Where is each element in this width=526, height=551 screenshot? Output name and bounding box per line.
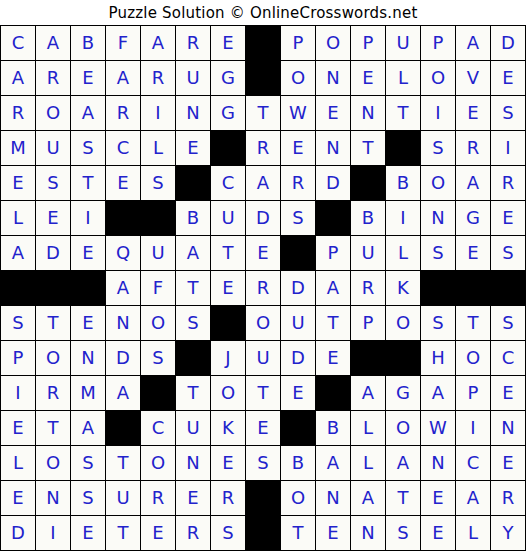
letter-cell: E bbox=[351, 61, 385, 95]
letter-cell: R bbox=[491, 166, 525, 200]
block-cell bbox=[281, 236, 315, 270]
letter-cell: E bbox=[71, 236, 105, 270]
letter-cell: O bbox=[421, 61, 455, 95]
letter-cell: P bbox=[351, 306, 385, 340]
letter-cell: R bbox=[176, 26, 210, 60]
letter-cell: D bbox=[281, 271, 315, 305]
letter-cell: P bbox=[281, 26, 315, 60]
block-cell bbox=[456, 271, 490, 305]
letter-cell: H bbox=[421, 341, 455, 375]
letter-cell: F bbox=[106, 26, 140, 60]
letter-cell: O bbox=[386, 306, 420, 340]
letter-cell: T bbox=[316, 306, 350, 340]
letter-cell: E bbox=[1, 411, 35, 445]
letter-cell: S bbox=[491, 236, 525, 270]
letter-cell: O bbox=[36, 341, 70, 375]
letter-cell: E bbox=[211, 26, 245, 60]
letter-cell: R bbox=[211, 481, 245, 515]
letter-cell: O bbox=[246, 306, 280, 340]
block-cell bbox=[351, 166, 385, 200]
page-title: Puzzle Solution © OnlineCrosswords.net bbox=[0, 0, 526, 25]
letter-cell: E bbox=[211, 446, 245, 480]
block-cell bbox=[246, 481, 280, 515]
letter-cell: O bbox=[141, 446, 175, 480]
letter-cell: E bbox=[141, 516, 175, 550]
letter-cell: O bbox=[456, 341, 490, 375]
letter-cell: L bbox=[1, 446, 35, 480]
letter-cell: E bbox=[491, 201, 525, 235]
letter-cell: B bbox=[71, 26, 105, 60]
letter-cell: R bbox=[351, 271, 385, 305]
letter-cell: D bbox=[106, 341, 140, 375]
letter-cell: E bbox=[246, 411, 280, 445]
block-cell bbox=[421, 271, 455, 305]
letter-cell: T bbox=[211, 236, 245, 270]
block-cell bbox=[141, 376, 175, 410]
letter-cell: B bbox=[176, 201, 210, 235]
letter-cell: R bbox=[36, 61, 70, 95]
letter-cell: K bbox=[211, 411, 245, 445]
letter-cell: A bbox=[316, 446, 350, 480]
letter-cell: E bbox=[246, 236, 280, 270]
letter-cell: T bbox=[176, 271, 210, 305]
letter-cell: U bbox=[176, 411, 210, 445]
block-cell bbox=[1, 271, 35, 305]
letter-cell: R bbox=[141, 61, 175, 95]
letter-cell: L bbox=[141, 131, 175, 165]
letter-cell: R bbox=[281, 166, 315, 200]
letter-cell: S bbox=[386, 516, 420, 550]
letter-cell: S bbox=[71, 481, 105, 515]
block-cell bbox=[211, 306, 245, 340]
letter-cell: N bbox=[351, 96, 385, 130]
letter-cell: S bbox=[246, 446, 280, 480]
letter-cell: A bbox=[351, 481, 385, 515]
letter-cell: N bbox=[316, 131, 350, 165]
letter-cell: O bbox=[386, 411, 420, 445]
puzzle-solution-page: Puzzle Solution © OnlineCrosswords.net C… bbox=[0, 0, 526, 551]
letter-cell: E bbox=[316, 516, 350, 550]
letter-cell: D bbox=[281, 341, 315, 375]
letter-cell: S bbox=[421, 131, 455, 165]
letter-cell: S bbox=[211, 516, 245, 550]
letter-cell: U bbox=[281, 306, 315, 340]
letter-cell: L bbox=[351, 446, 385, 480]
letter-cell: D bbox=[246, 201, 280, 235]
letter-cell: B bbox=[351, 201, 385, 235]
letter-cell: C bbox=[211, 166, 245, 200]
letter-cell: V bbox=[456, 61, 490, 95]
letter-cell: E bbox=[281, 376, 315, 410]
letter-cell: S bbox=[71, 446, 105, 480]
letter-cell: N bbox=[71, 341, 105, 375]
letter-cell: L bbox=[1, 201, 35, 235]
letter-cell: G bbox=[386, 376, 420, 410]
letter-cell: E bbox=[491, 61, 525, 95]
letter-cell: S bbox=[1, 306, 35, 340]
block-cell bbox=[491, 271, 525, 305]
letter-cell: A bbox=[316, 271, 350, 305]
letter-cell: T bbox=[106, 516, 140, 550]
letter-cell: E bbox=[211, 271, 245, 305]
letter-cell: W bbox=[281, 96, 315, 130]
letter-cell: O bbox=[36, 446, 70, 480]
letter-cell: N bbox=[36, 481, 70, 515]
letter-cell: A bbox=[36, 26, 70, 60]
letter-cell: I bbox=[36, 516, 70, 550]
letter-cell: L bbox=[386, 61, 420, 95]
letter-cell: O bbox=[36, 96, 70, 130]
letter-cell: U bbox=[36, 131, 70, 165]
letter-cell: G bbox=[456, 201, 490, 235]
letter-cell: S bbox=[281, 201, 315, 235]
letter-cell: I bbox=[386, 201, 420, 235]
block-cell bbox=[246, 516, 280, 550]
letter-cell: A bbox=[106, 61, 140, 95]
letter-cell: T bbox=[246, 96, 280, 130]
letter-cell: A bbox=[386, 446, 420, 480]
letter-cell: N bbox=[106, 306, 140, 340]
letter-cell: P bbox=[421, 26, 455, 60]
letter-cell: N bbox=[316, 481, 350, 515]
letter-cell: E bbox=[71, 61, 105, 95]
letter-cell: N bbox=[316, 61, 350, 95]
letter-cell: I bbox=[421, 96, 455, 130]
letter-cell: R bbox=[491, 481, 525, 515]
crossword-grid: CABFAREPOPUPADAREARUGONELOVEROARINGTWENT… bbox=[0, 25, 526, 551]
letter-cell: D bbox=[1, 516, 35, 550]
letter-cell: L bbox=[456, 516, 490, 550]
letter-cell: T bbox=[386, 481, 420, 515]
letter-cell: I bbox=[491, 131, 525, 165]
letter-cell: E bbox=[71, 306, 105, 340]
letter-cell: J bbox=[211, 341, 245, 375]
letter-cell: E bbox=[71, 516, 105, 550]
letter-cell: T bbox=[36, 411, 70, 445]
letter-cell: O bbox=[316, 26, 350, 60]
block-cell bbox=[211, 131, 245, 165]
letter-cell: R bbox=[456, 131, 490, 165]
letter-cell: A bbox=[246, 166, 280, 200]
letter-cell: L bbox=[386, 236, 420, 270]
letter-cell: A bbox=[71, 411, 105, 445]
letter-cell: T bbox=[71, 166, 105, 200]
letter-cell: T bbox=[386, 96, 420, 130]
letter-cell: E bbox=[491, 446, 525, 480]
letter-cell: T bbox=[351, 131, 385, 165]
letter-cell: I bbox=[141, 96, 175, 130]
letter-cell: E bbox=[316, 341, 350, 375]
letter-cell: T bbox=[106, 446, 140, 480]
letter-cell: E bbox=[456, 236, 490, 270]
letter-cell: R bbox=[246, 271, 280, 305]
letter-cell: K bbox=[386, 271, 420, 305]
letter-cell: A bbox=[71, 96, 105, 130]
letter-cell: A bbox=[106, 376, 140, 410]
letter-cell: A bbox=[421, 376, 455, 410]
letter-cell: E bbox=[421, 481, 455, 515]
letter-cell: S bbox=[36, 166, 70, 200]
letter-cell: T bbox=[246, 376, 280, 410]
letter-cell: D bbox=[491, 26, 525, 60]
letter-cell: U bbox=[106, 481, 140, 515]
block-cell bbox=[316, 201, 350, 235]
letter-cell: G bbox=[211, 61, 245, 95]
letter-cell: N bbox=[351, 516, 385, 550]
letter-cell: S bbox=[141, 166, 175, 200]
letter-cell: E bbox=[421, 516, 455, 550]
letter-cell: E bbox=[176, 131, 210, 165]
letter-cell: A bbox=[456, 166, 490, 200]
letter-cell: A bbox=[1, 236, 35, 270]
letter-cell: B bbox=[316, 411, 350, 445]
letter-cell: S bbox=[491, 306, 525, 340]
letter-cell: A bbox=[176, 236, 210, 270]
letter-cell: A bbox=[141, 26, 175, 60]
letter-cell: A bbox=[1, 61, 35, 95]
letter-cell: E bbox=[456, 96, 490, 130]
letter-cell: E bbox=[316, 96, 350, 130]
letter-cell: E bbox=[491, 376, 525, 410]
letter-cell: L bbox=[351, 411, 385, 445]
block-cell bbox=[71, 271, 105, 305]
letter-cell: R bbox=[36, 376, 70, 410]
letter-cell: U bbox=[386, 26, 420, 60]
letter-cell: E bbox=[281, 131, 315, 165]
letter-cell: I bbox=[456, 411, 490, 445]
block-cell bbox=[316, 376, 350, 410]
letter-cell: U bbox=[211, 201, 245, 235]
letter-cell: A bbox=[456, 481, 490, 515]
letter-cell: R bbox=[246, 131, 280, 165]
block-cell bbox=[176, 166, 210, 200]
letter-cell: E bbox=[1, 481, 35, 515]
block-cell bbox=[246, 26, 280, 60]
letter-cell: N bbox=[176, 96, 210, 130]
letter-cell: T bbox=[456, 306, 490, 340]
letter-cell: R bbox=[106, 96, 140, 130]
letter-cell: S bbox=[491, 96, 525, 130]
letter-cell: D bbox=[36, 236, 70, 270]
letter-cell: S bbox=[71, 131, 105, 165]
block-cell bbox=[281, 411, 315, 445]
letter-cell: F bbox=[141, 271, 175, 305]
block-cell bbox=[106, 411, 140, 445]
letter-cell: R bbox=[141, 481, 175, 515]
letter-cell: A bbox=[351, 376, 385, 410]
letter-cell: I bbox=[1, 376, 35, 410]
letter-cell: C bbox=[1, 26, 35, 60]
letter-cell: U bbox=[176, 61, 210, 95]
letter-cell: S bbox=[176, 306, 210, 340]
block-cell bbox=[36, 271, 70, 305]
letter-cell: O bbox=[211, 376, 245, 410]
block-cell bbox=[106, 201, 140, 235]
letter-cell: R bbox=[176, 516, 210, 550]
letter-cell: N bbox=[491, 411, 525, 445]
letter-cell: T bbox=[281, 516, 315, 550]
letter-cell: M bbox=[71, 376, 105, 410]
letter-cell: W bbox=[421, 411, 455, 445]
letter-cell: A bbox=[456, 26, 490, 60]
letter-cell: C bbox=[456, 446, 490, 480]
letter-cell: N bbox=[421, 446, 455, 480]
letter-cell: S bbox=[141, 341, 175, 375]
letter-cell: M bbox=[1, 131, 35, 165]
block-cell bbox=[176, 341, 210, 375]
letter-cell: E bbox=[106, 166, 140, 200]
letter-cell: U bbox=[351, 236, 385, 270]
letter-cell: A bbox=[106, 271, 140, 305]
block-cell bbox=[386, 131, 420, 165]
letter-cell: T bbox=[176, 376, 210, 410]
letter-cell: Q bbox=[106, 236, 140, 270]
letter-cell: C bbox=[106, 131, 140, 165]
letter-cell: P bbox=[456, 376, 490, 410]
letter-cell: C bbox=[491, 341, 525, 375]
letter-cell: P bbox=[316, 236, 350, 270]
letter-cell: E bbox=[176, 481, 210, 515]
letter-cell: R bbox=[1, 96, 35, 130]
letter-cell: S bbox=[421, 306, 455, 340]
letter-cell: N bbox=[421, 201, 455, 235]
letter-cell: U bbox=[246, 341, 280, 375]
letter-cell: C bbox=[141, 411, 175, 445]
block-cell bbox=[246, 61, 280, 95]
block-cell bbox=[386, 341, 420, 375]
letter-cell: O bbox=[141, 306, 175, 340]
letter-cell: U bbox=[141, 236, 175, 270]
letter-cell: I bbox=[71, 201, 105, 235]
letter-cell: B bbox=[386, 166, 420, 200]
block-cell bbox=[141, 201, 175, 235]
letter-cell: T bbox=[36, 306, 70, 340]
letter-cell: S bbox=[421, 236, 455, 270]
letter-cell: P bbox=[1, 341, 35, 375]
letter-cell: B bbox=[281, 446, 315, 480]
letter-cell: O bbox=[281, 481, 315, 515]
letter-cell: P bbox=[351, 26, 385, 60]
letter-cell: D bbox=[316, 166, 350, 200]
letter-cell: N bbox=[176, 446, 210, 480]
letter-cell: Y bbox=[491, 516, 525, 550]
letter-cell: E bbox=[1, 166, 35, 200]
letter-cell: O bbox=[281, 61, 315, 95]
block-cell bbox=[351, 341, 385, 375]
letter-cell: O bbox=[421, 166, 455, 200]
letter-cell: G bbox=[211, 96, 245, 130]
letter-cell: E bbox=[36, 201, 70, 235]
